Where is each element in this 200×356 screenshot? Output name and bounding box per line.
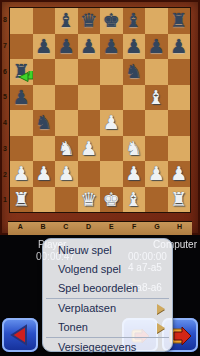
piece-white-b: ♝ (148, 88, 165, 107)
piece-white-p: ♟ (35, 164, 52, 183)
square-h4[interactable] (168, 110, 191, 136)
piece-white-r: ♜ (170, 190, 187, 209)
square-d2[interactable] (78, 161, 101, 187)
square-f7[interactable]: ♟ (123, 34, 146, 60)
piece-black-p: ♟ (103, 37, 120, 56)
square-b5[interactable] (33, 85, 56, 111)
piece-black-r: ♜ (170, 11, 187, 30)
square-c5[interactable] (55, 85, 78, 111)
rank-label-1: 1 (2, 196, 8, 203)
file-label-E: E (109, 223, 114, 230)
square-c2[interactable]: ♟ (55, 161, 78, 187)
file-letter-strip (8, 221, 192, 235)
rank-label-7: 7 (2, 42, 8, 49)
square-h2[interactable]: ♟ (168, 161, 191, 187)
square-d1[interactable]: ♛ (78, 187, 101, 213)
square-h8[interactable]: ♜ (168, 8, 191, 34)
square-a5[interactable]: ♟ (10, 85, 33, 111)
menu-item-nieuw-spel[interactable]: Nieuw spel (43, 241, 172, 260)
file-label-B: B (41, 223, 46, 230)
piece-white-r: ♜ (13, 190, 30, 209)
square-e2[interactable] (100, 161, 123, 187)
square-f3[interactable]: ♞ (123, 136, 146, 162)
square-b2[interactable]: ♟ (33, 161, 56, 187)
piece-white-p: ♟ (125, 164, 142, 183)
rank-label-6: 6 (2, 68, 8, 75)
chess-board-frame: ♝♛♚♝♜♟♟♟♟♟♟♟♜♞♟♝♞♟♞♟♞♟♟♟♟♟♟♜♛♚♝♜ 8765432… (0, 0, 200, 235)
square-g6[interactable] (145, 59, 168, 85)
piece-white-p: ♟ (80, 139, 97, 158)
square-h1[interactable]: ♜ (168, 187, 191, 213)
square-f2[interactable]: ♟ (123, 161, 146, 187)
square-c3[interactable]: ♞ (55, 136, 78, 162)
square-f6[interactable]: ♞ (123, 59, 146, 85)
square-b4[interactable]: ♞ (33, 110, 56, 136)
rank-label-3: 3 (2, 145, 8, 152)
piece-white-b: ♝ (125, 190, 142, 209)
menu-item-volgend-spel[interactable]: Volgend spel (43, 260, 172, 279)
square-d4[interactable] (78, 110, 101, 136)
square-d7[interactable]: ♟ (78, 34, 101, 60)
piece-black-p: ♟ (148, 37, 165, 56)
square-f8[interactable]: ♝ (123, 8, 146, 34)
square-h5[interactable] (168, 85, 191, 111)
square-d8[interactable]: ♛ (78, 8, 101, 34)
chess-app-screen: ♝♛♚♝♜♟♟♟♟♟♟♟♜♞♟♝♞♟♞♟♞♟♟♟♟♟♟♜♛♚♝♜ 8765432… (0, 0, 200, 356)
square-d6[interactable] (78, 59, 101, 85)
menu-item-tonen[interactable]: Tonen (43, 318, 172, 337)
piece-black-n: ♞ (125, 62, 142, 81)
piece-black-n: ♞ (35, 113, 52, 132)
square-g7[interactable]: ♟ (145, 34, 168, 60)
square-a7[interactable] (10, 34, 33, 60)
chess-board[interactable]: ♝♛♚♝♜♟♟♟♟♟♟♟♜♞♟♝♞♟♞♟♞♟♟♟♟♟♟♜♛♚♝♜ (9, 7, 191, 213)
square-h6[interactable] (168, 59, 191, 85)
submenu-arrow-icon (157, 323, 165, 333)
popup-menu: Nieuw spelVolgend spelSpel beoordelenVer… (42, 238, 173, 352)
submenu-arrow-icon (157, 304, 165, 314)
square-g5[interactable]: ♝ (145, 85, 168, 111)
square-b7[interactable]: ♟ (33, 34, 56, 60)
square-c4[interactable] (55, 110, 78, 136)
piece-black-k: ♚ (103, 11, 120, 30)
square-e7[interactable]: ♟ (100, 34, 123, 60)
piece-black-p: ♟ (58, 37, 75, 56)
square-c7[interactable]: ♟ (55, 34, 78, 60)
rank-label-4: 4 (2, 119, 8, 126)
square-e4[interactable]: ♟ (100, 110, 123, 136)
piece-black-p: ♟ (125, 37, 142, 56)
piece-black-p: ♟ (170, 37, 187, 56)
square-e5[interactable] (100, 85, 123, 111)
piece-black-b: ♝ (125, 11, 142, 30)
square-h3[interactable] (168, 136, 191, 162)
square-c8[interactable]: ♝ (55, 8, 78, 34)
file-label-G: G (154, 223, 159, 230)
piece-black-p: ♟ (35, 37, 52, 56)
square-h7[interactable]: ♟ (168, 34, 191, 60)
square-e6[interactable] (100, 59, 123, 85)
square-f5[interactable] (123, 85, 146, 111)
square-e1[interactable]: ♚ (100, 187, 123, 213)
square-e3[interactable] (100, 136, 123, 162)
menu-item-spel-beoordelen[interactable]: Spel beoordelen (43, 279, 172, 298)
square-a1[interactable]: ♜ (10, 187, 33, 213)
square-g2[interactable]: ♟ (145, 161, 168, 187)
back-arrow-icon (9, 324, 31, 346)
piece-white-p: ♟ (58, 164, 75, 183)
file-label-D: D (86, 223, 91, 230)
square-b6[interactable] (33, 59, 56, 85)
square-f4[interactable] (123, 110, 146, 136)
rank-label-5: 5 (2, 93, 8, 100)
square-a4[interactable] (10, 110, 33, 136)
square-c1[interactable] (55, 187, 78, 213)
square-d5[interactable] (78, 85, 101, 111)
piece-white-p: ♟ (13, 164, 30, 183)
square-a6[interactable]: ♜ (10, 59, 33, 85)
piece-black-p: ♟ (80, 37, 97, 56)
piece-white-k: ♚ (103, 190, 120, 209)
file-label-A: A (18, 223, 23, 230)
piece-white-p: ♟ (148, 164, 165, 183)
square-f1[interactable]: ♝ (123, 187, 146, 213)
file-label-C: C (63, 223, 68, 230)
square-g1[interactable] (145, 187, 168, 213)
piece-white-n: ♞ (58, 139, 75, 158)
square-d3[interactable]: ♟ (78, 136, 101, 162)
square-e8[interactable]: ♚ (100, 8, 123, 34)
menu-item-verplaatsen[interactable]: Verplaatsen (43, 299, 172, 318)
square-b1[interactable] (33, 187, 56, 213)
square-a3[interactable] (10, 136, 33, 162)
last-move-arrow-icon (19, 71, 33, 84)
piece-white-p: ♟ (170, 164, 187, 183)
piece-white-q: ♛ (80, 190, 97, 209)
square-b3[interactable] (33, 136, 56, 162)
file-label-F: F (132, 223, 136, 230)
square-b8[interactable] (33, 8, 56, 34)
piece-black-q: ♛ (80, 11, 97, 30)
piece-black-p: ♟ (13, 88, 30, 107)
back-button[interactable] (2, 318, 38, 352)
menu-item-versiegegevens[interactable]: Versiegegevens (43, 338, 172, 356)
square-g3[interactable] (145, 136, 168, 162)
rank-label-8: 8 (2, 16, 8, 23)
piece-white-n: ♞ (125, 139, 142, 158)
square-c6[interactable] (55, 59, 78, 85)
piece-white-p: ♟ (103, 113, 120, 132)
rank-label-2: 2 (2, 171, 8, 178)
piece-black-b: ♝ (58, 11, 75, 30)
square-g8[interactable] (145, 8, 168, 34)
square-a2[interactable]: ♟ (10, 161, 33, 187)
file-label-H: H (177, 223, 182, 230)
square-a8[interactable] (10, 8, 33, 34)
square-g4[interactable] (145, 110, 168, 136)
